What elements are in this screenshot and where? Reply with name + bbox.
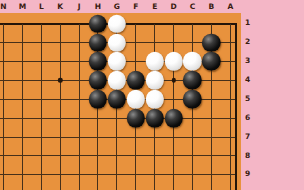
black-stone-H5: [89, 90, 107, 108]
intersection-E2[interactable]: [145, 33, 164, 52]
intersection-F6[interactable]: [126, 109, 145, 128]
intersection-D1[interactable]: [164, 14, 183, 33]
row-label-3: 3: [245, 52, 261, 71]
white-stone-G4: [108, 71, 126, 89]
intersection-G6[interactable]: [107, 109, 126, 128]
intersection-F1[interactable]: [126, 14, 145, 33]
intersection-K4[interactable]: [51, 71, 70, 90]
go-board: [0, 13, 241, 190]
intersection-E3[interactable]: [145, 52, 164, 71]
row-labels-band: 123456789: [241, 0, 304, 190]
white-stone-G2: [108, 33, 126, 51]
intersection-B1[interactable]: [202, 14, 221, 33]
black-stone-F6: [127, 109, 145, 127]
intersection-H4[interactable]: [89, 71, 108, 90]
column-label-F: F: [126, 0, 145, 13]
black-stone-E6: [145, 109, 163, 127]
board-right-edge: [235, 24, 238, 190]
intersection-E1[interactable]: [145, 14, 164, 33]
intersection-H6[interactable]: [89, 109, 108, 128]
intersection-B2[interactable]: [202, 33, 221, 52]
intersection-H9[interactable]: [89, 165, 108, 184]
intersection-E5[interactable]: [145, 90, 164, 109]
row-label-6: 6: [245, 109, 261, 128]
intersection-L1[interactable]: [32, 14, 51, 33]
intersection-E7[interactable]: [145, 128, 164, 147]
column-label-N: N: [0, 0, 13, 13]
intersection-N3[interactable]: [0, 52, 13, 71]
intersection-N8[interactable]: [0, 146, 13, 165]
white-stone-G1: [108, 14, 126, 32]
intersection-H5[interactable]: [89, 90, 108, 109]
intersection-B6[interactable]: [202, 109, 221, 128]
intersection-M5[interactable]: [13, 90, 32, 109]
black-stone-F4: [127, 71, 145, 89]
intersection-G5[interactable]: [107, 90, 126, 109]
intersection-D6[interactable]: [164, 109, 183, 128]
column-label-J: J: [70, 0, 89, 13]
intersection-G2[interactable]: [107, 33, 126, 52]
column-label-C: C: [183, 0, 202, 13]
intersection-K6[interactable]: [51, 109, 70, 128]
intersection-M3[interactable]: [13, 52, 32, 71]
intersection-K9[interactable]: [51, 165, 70, 184]
go-app-screenshot: NMLKJHGFEDCBA 123456789: [0, 0, 304, 190]
intersection-F9[interactable]: [126, 165, 145, 184]
intersection-C5[interactable]: [183, 90, 202, 109]
intersection-L5[interactable]: [32, 90, 51, 109]
intersection-C1[interactable]: [183, 14, 202, 33]
intersection-M7[interactable]: [13, 128, 32, 147]
black-stone-H4: [89, 71, 107, 89]
intersection-L4[interactable]: [32, 71, 51, 90]
intersection-K8[interactable]: [51, 146, 70, 165]
column-label-G: G: [107, 0, 126, 13]
intersection-J2[interactable]: [70, 33, 89, 52]
intersection-B7[interactable]: [202, 128, 221, 147]
intersection-E9[interactable]: [145, 165, 164, 184]
row-label-9: 9: [245, 165, 261, 184]
intersection-N5[interactable]: [0, 90, 13, 109]
intersection-D4[interactable]: [164, 71, 183, 90]
column-labels-band: NMLKJHGFEDCBA: [0, 0, 241, 13]
intersection-F2[interactable]: [126, 33, 145, 52]
column-label-K: K: [51, 0, 70, 13]
intersection-D2[interactable]: [164, 33, 183, 52]
intersection-N9[interactable]: [0, 165, 13, 184]
intersection-G7[interactable]: [107, 128, 126, 147]
row-label-8: 8: [245, 147, 261, 166]
intersection-L3[interactable]: [32, 52, 51, 71]
intersection-B4[interactable]: [202, 71, 221, 90]
column-label-L: L: [32, 0, 51, 13]
star-point-K4: [58, 78, 62, 82]
intersection-J4[interactable]: [70, 71, 89, 90]
intersection-N4[interactable]: [0, 71, 13, 90]
intersection-M2[interactable]: [13, 33, 32, 52]
black-stone-C4: [183, 71, 201, 89]
white-stone-F5: [127, 90, 145, 108]
intersection-C4[interactable]: [183, 71, 202, 90]
intersection-C7[interactable]: [183, 128, 202, 147]
intersection-G9[interactable]: [107, 165, 126, 184]
intersection-J5[interactable]: [70, 90, 89, 109]
intersection-J1[interactable]: [70, 14, 89, 33]
intersection-J7[interactable]: [70, 128, 89, 147]
row-label-7: 7: [245, 128, 261, 147]
intersection-D7[interactable]: [164, 128, 183, 147]
intersection-B5[interactable]: [202, 90, 221, 109]
black-stone-H3: [89, 52, 107, 70]
white-stone-G3: [108, 52, 126, 70]
white-stone-E5: [145, 90, 163, 108]
intersection-H8[interactable]: [89, 146, 108, 165]
intersection-K2[interactable]: [51, 33, 70, 52]
intersection-F3[interactable]: [126, 52, 145, 71]
black-stone-C5: [183, 90, 201, 108]
intersection-C2[interactable]: [183, 33, 202, 52]
intersection-K7[interactable]: [51, 128, 70, 147]
column-label-M: M: [13, 0, 32, 13]
intersection-D9[interactable]: [164, 165, 183, 184]
white-stone-E3: [145, 52, 163, 70]
white-stone-C3: [183, 52, 201, 70]
black-stone-D6: [164, 109, 182, 127]
intersection-L7[interactable]: [32, 128, 51, 147]
intersection-M1[interactable]: [13, 14, 32, 33]
row-label-2: 2: [245, 33, 261, 52]
intersection-G1[interactable]: [107, 14, 126, 33]
intersection-H7[interactable]: [89, 128, 108, 147]
intersection-M4[interactable]: [13, 71, 32, 90]
column-label-H: H: [89, 0, 108, 13]
intersection-M9[interactable]: [13, 165, 32, 184]
intersection-F4[interactable]: [126, 71, 145, 90]
intersection-F8[interactable]: [126, 146, 145, 165]
intersection-C3[interactable]: [183, 52, 202, 71]
intersection-K5[interactable]: [51, 90, 70, 109]
intersection-D5[interactable]: [164, 90, 183, 109]
board-grid: [0, 14, 240, 184]
intersection-N6[interactable]: [0, 109, 13, 128]
intersection-L9[interactable]: [32, 165, 51, 184]
intersection-G8[interactable]: [107, 146, 126, 165]
star-point-D4: [171, 78, 175, 82]
column-label-A: A: [221, 0, 240, 13]
intersection-F7[interactable]: [126, 128, 145, 147]
column-label-D: D: [164, 0, 183, 13]
column-label-B: B: [202, 0, 221, 13]
column-label-E: E: [145, 0, 164, 13]
intersection-H1[interactable]: [89, 14, 108, 33]
intersection-B3[interactable]: [202, 52, 221, 71]
intersection-L8[interactable]: [32, 146, 51, 165]
white-stone-D3: [164, 52, 182, 70]
intersection-M6[interactable]: [13, 109, 32, 128]
row-label-5: 5: [245, 90, 261, 109]
intersection-N2[interactable]: [0, 33, 13, 52]
black-stone-B3: [202, 52, 220, 70]
intersection-N7[interactable]: [0, 128, 13, 147]
intersection-E6[interactable]: [145, 109, 164, 128]
intersection-G3[interactable]: [107, 52, 126, 71]
intersection-L2[interactable]: [32, 33, 51, 52]
black-stone-G5: [108, 90, 126, 108]
intersection-J9[interactable]: [70, 165, 89, 184]
intersection-H2[interactable]: [89, 33, 108, 52]
intersection-L6[interactable]: [32, 109, 51, 128]
black-stone-B2: [202, 33, 220, 51]
intersection-B8[interactable]: [202, 146, 221, 165]
intersection-F5[interactable]: [126, 90, 145, 109]
white-stone-E4: [145, 71, 163, 89]
intersection-G4[interactable]: [107, 71, 126, 90]
black-stone-H1: [89, 14, 107, 32]
intersection-J3[interactable]: [70, 52, 89, 71]
black-stone-H2: [89, 33, 107, 51]
intersection-N1[interactable]: [0, 14, 13, 33]
intersection-C6[interactable]: [183, 109, 202, 128]
intersection-E8[interactable]: [145, 146, 164, 165]
intersection-K1[interactable]: [51, 14, 70, 33]
intersection-B9[interactable]: [202, 165, 221, 184]
intersection-D3[interactable]: [164, 52, 183, 71]
intersection-E4[interactable]: [145, 71, 164, 90]
intersection-J8[interactable]: [70, 146, 89, 165]
intersection-D8[interactable]: [164, 146, 183, 165]
intersection-M8[interactable]: [13, 146, 32, 165]
row-label-1: 1: [245, 14, 261, 33]
intersection-J6[interactable]: [70, 109, 89, 128]
row-label-4: 4: [245, 71, 261, 90]
intersection-K3[interactable]: [51, 52, 70, 71]
intersection-C9[interactable]: [183, 165, 202, 184]
intersection-H3[interactable]: [89, 52, 108, 71]
intersection-C8[interactable]: [183, 146, 202, 165]
